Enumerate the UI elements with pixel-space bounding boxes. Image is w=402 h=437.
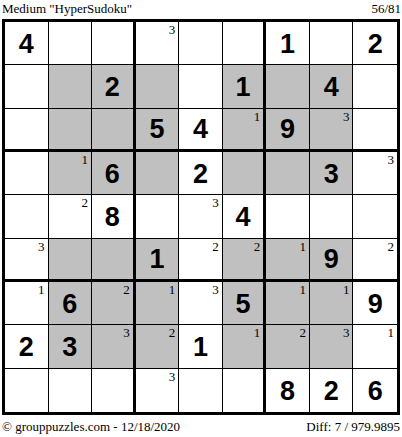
cell-r7c7[interactable]: 1 bbox=[266, 282, 310, 325]
given-digit: 1 bbox=[149, 244, 164, 273]
cell-r8c8[interactable]: 3 bbox=[310, 325, 354, 368]
pencil-mark: 1 bbox=[169, 282, 176, 297]
cell-r1c5[interactable] bbox=[179, 22, 223, 65]
cell-r8c4[interactable]: 2 bbox=[136, 325, 180, 368]
cell-r5c4[interactable] bbox=[136, 195, 180, 238]
given-digit: 8 bbox=[280, 376, 295, 405]
cell-r1c4[interactable]: 3 bbox=[136, 22, 180, 65]
cell-r9c3[interactable] bbox=[92, 369, 136, 412]
cell-r2c9[interactable] bbox=[353, 65, 397, 108]
copyright-text: © grouppuzzles.com - 12/18/2020 bbox=[2, 419, 180, 434]
cell-r3c5[interactable]: 4 bbox=[179, 109, 223, 152]
footer-bar: © grouppuzzles.com - 12/18/2020 Diff: 7 … bbox=[0, 415, 402, 437]
given-digit: 5 bbox=[236, 289, 251, 318]
cell-r6c7[interactable]: 1 bbox=[266, 239, 310, 282]
cell-r5c7[interactable] bbox=[266, 195, 310, 238]
cell-r1c7[interactable]: 1 bbox=[266, 22, 310, 65]
given-digit: 6 bbox=[62, 289, 77, 318]
cell-r9c7[interactable]: 8 bbox=[266, 369, 310, 412]
cell-r9c5[interactable] bbox=[179, 369, 223, 412]
cell-r4c6[interactable] bbox=[223, 152, 267, 195]
given-digit: 6 bbox=[368, 376, 383, 405]
cell-r4c2[interactable]: 1 bbox=[49, 152, 93, 195]
cell-r3c9[interactable] bbox=[353, 109, 397, 152]
cell-r3c4[interactable]: 5 bbox=[136, 109, 180, 152]
cell-r5c6[interactable]: 4 bbox=[223, 195, 267, 238]
given-digit: 4 bbox=[19, 29, 34, 58]
pencil-mark: 2 bbox=[82, 195, 89, 210]
given-digit: 1 bbox=[236, 72, 251, 101]
cell-r3c1[interactable] bbox=[5, 109, 49, 152]
cell-r2c5[interactable] bbox=[179, 65, 223, 108]
cell-r4c1[interactable] bbox=[5, 152, 49, 195]
cell-r7c3[interactable]: 2 bbox=[92, 282, 136, 325]
cell-r9c8[interactable]: 2 bbox=[310, 369, 354, 412]
puzzle-title: Medium "HyperSudoku" bbox=[2, 1, 132, 16]
cell-r1c3[interactable] bbox=[92, 22, 136, 65]
given-digit: 1 bbox=[280, 29, 295, 58]
given-digit: 9 bbox=[280, 114, 295, 143]
cell-r9c9[interactable]: 6 bbox=[353, 369, 397, 412]
cell-r5c3[interactable]: 8 bbox=[92, 195, 136, 238]
cell-r9c4[interactable]: 3 bbox=[136, 369, 180, 412]
given-digit: 6 bbox=[105, 159, 120, 188]
pencil-mark: 2 bbox=[388, 239, 395, 254]
pencil-mark: 1 bbox=[343, 282, 350, 297]
pencil-mark: 1 bbox=[388, 325, 395, 340]
cell-r6c3[interactable] bbox=[92, 239, 136, 282]
pencil-mark: 1 bbox=[254, 325, 261, 340]
cell-r1c2[interactable] bbox=[49, 22, 93, 65]
cell-r2c8[interactable]: 4 bbox=[310, 65, 354, 108]
cell-r4c7[interactable] bbox=[266, 152, 310, 195]
cell-r5c5[interactable]: 3 bbox=[179, 195, 223, 238]
cell-r2c3[interactable]: 2 bbox=[92, 65, 136, 108]
cell-r7c1[interactable]: 1 bbox=[5, 282, 49, 325]
pencil-mark: 1 bbox=[82, 152, 89, 167]
cell-r6c4[interactable]: 1 bbox=[136, 239, 180, 282]
cell-r4c8[interactable]: 3 bbox=[310, 152, 354, 195]
cell-r8c9[interactable]: 1 bbox=[353, 325, 397, 368]
cell-r1c6[interactable] bbox=[223, 22, 267, 65]
cell-r2c2[interactable] bbox=[49, 65, 93, 108]
cell-r4c4[interactable] bbox=[136, 152, 180, 195]
given-digit: 5 bbox=[149, 114, 164, 143]
pencil-mark: 1 bbox=[299, 239, 306, 254]
given-digit: 3 bbox=[324, 159, 339, 188]
cell-r4c5[interactable]: 2 bbox=[179, 152, 223, 195]
pencil-mark: 3 bbox=[123, 325, 130, 340]
pencil-mark: 3 bbox=[169, 369, 176, 384]
pencil-mark: 2 bbox=[254, 239, 261, 254]
cell-r6c2[interactable] bbox=[49, 239, 93, 282]
given-digit: 4 bbox=[324, 72, 339, 101]
cell-r8c5[interactable]: 1 bbox=[179, 325, 223, 368]
cell-r9c1[interactable] bbox=[5, 369, 49, 412]
given-digit: 9 bbox=[368, 289, 383, 318]
cell-r3c3[interactable] bbox=[92, 109, 136, 152]
pencil-mark: 2 bbox=[299, 325, 306, 340]
cell-r7c6[interactable]: 5 bbox=[223, 282, 267, 325]
cells-remaining-counter: 56/81 bbox=[371, 1, 401, 16]
cell-r9c6[interactable] bbox=[223, 369, 267, 412]
cell-r6c9[interactable]: 2 bbox=[353, 239, 397, 282]
cell-r7c4[interactable]: 1 bbox=[136, 282, 180, 325]
pencil-mark: 1 bbox=[299, 282, 306, 297]
given-digit: 2 bbox=[193, 159, 208, 188]
cell-r5c1[interactable] bbox=[5, 195, 49, 238]
cell-r2c1[interactable] bbox=[5, 65, 49, 108]
cell-r3c8[interactable]: 3 bbox=[310, 109, 354, 152]
cell-r8c6[interactable]: 1 bbox=[223, 325, 267, 368]
pencil-mark: 3 bbox=[169, 22, 176, 37]
cell-r3c7[interactable]: 9 bbox=[266, 109, 310, 152]
cell-r1c9[interactable]: 2 bbox=[353, 22, 397, 65]
cell-r7c5[interactable]: 3 bbox=[179, 282, 223, 325]
given-digit: 4 bbox=[193, 114, 208, 143]
given-digit: 1 bbox=[193, 332, 208, 361]
pencil-mark: 3 bbox=[212, 195, 219, 210]
pencil-mark: 3 bbox=[343, 109, 350, 124]
cell-r4c9[interactable]: 3 bbox=[353, 152, 397, 195]
given-digit: 3 bbox=[62, 332, 77, 361]
cell-r9c2[interactable] bbox=[49, 369, 93, 412]
cell-r5c2[interactable]: 2 bbox=[49, 195, 93, 238]
pencil-mark: 2 bbox=[169, 325, 176, 340]
cell-r1c8[interactable] bbox=[310, 22, 354, 65]
cell-r8c1[interactable]: 2 bbox=[5, 325, 49, 368]
cell-r6c8[interactable]: 9 bbox=[310, 239, 354, 282]
given-digit: 2 bbox=[19, 332, 34, 361]
given-digit: 8 bbox=[105, 202, 120, 231]
pencil-mark: 2 bbox=[123, 282, 130, 297]
cell-r8c2[interactable]: 3 bbox=[49, 325, 93, 368]
given-digit: 2 bbox=[105, 72, 120, 101]
cell-r5c8[interactable] bbox=[310, 195, 354, 238]
pencil-mark: 3 bbox=[388, 152, 395, 167]
given-digit: 4 bbox=[236, 202, 251, 231]
pencil-mark: 1 bbox=[38, 282, 45, 297]
hypersudoku-board: 4312214541931623328343122192162135119233… bbox=[2, 19, 400, 415]
given-digit: 9 bbox=[324, 244, 339, 273]
cell-r4c3[interactable]: 6 bbox=[92, 152, 136, 195]
cell-r8c3[interactable]: 3 bbox=[92, 325, 136, 368]
given-digit: 2 bbox=[368, 29, 383, 58]
cell-r6c6[interactable]: 2 bbox=[223, 239, 267, 282]
given-digit: 2 bbox=[324, 376, 339, 405]
cell-r3c6[interactable]: 1 bbox=[223, 109, 267, 152]
cell-r3c2[interactable] bbox=[49, 109, 93, 152]
cell-r2c6[interactable]: 1 bbox=[223, 65, 267, 108]
cell-r5c9[interactable] bbox=[353, 195, 397, 238]
cell-r7c9[interactable]: 9 bbox=[353, 282, 397, 325]
cell-r1c1[interactable]: 4 bbox=[5, 22, 49, 65]
cell-r7c8[interactable]: 1 bbox=[310, 282, 354, 325]
pencil-mark: 3 bbox=[212, 282, 219, 297]
pencil-mark: 1 bbox=[254, 109, 261, 124]
cell-r2c4[interactable] bbox=[136, 65, 180, 108]
pencil-mark: 3 bbox=[38, 239, 45, 254]
cell-r7c2[interactable]: 6 bbox=[49, 282, 93, 325]
cell-r6c5[interactable]: 2 bbox=[179, 239, 223, 282]
cell-r6c1[interactable]: 3 bbox=[5, 239, 49, 282]
cell-r2c7[interactable] bbox=[266, 65, 310, 108]
header-bar: Medium "HyperSudoku" 56/81 bbox=[0, 0, 402, 19]
pencil-mark: 3 bbox=[343, 325, 350, 340]
pencil-mark: 2 bbox=[212, 239, 219, 254]
difficulty-text: Diff: 7 / 979.9895 bbox=[306, 419, 400, 434]
cell-r8c7[interactable]: 2 bbox=[266, 325, 310, 368]
